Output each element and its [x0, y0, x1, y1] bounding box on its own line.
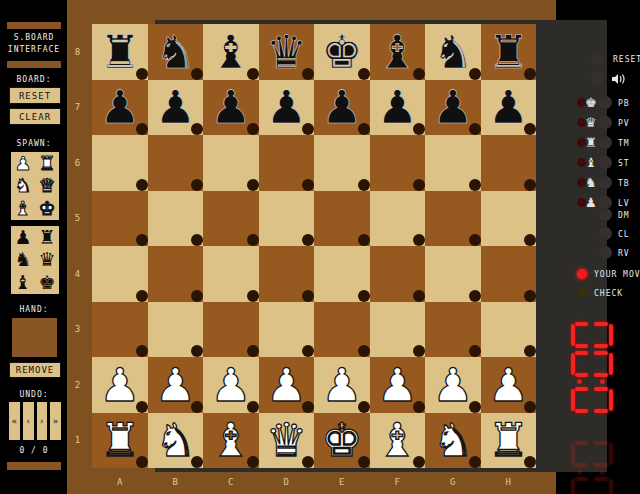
square-h1[interactable]: ♜ — [481, 413, 537, 469]
spawn-section-label: SPAWN: — [0, 139, 68, 148]
file-label-h: H — [481, 472, 537, 492]
piece-black-pawn[interactable]: ♟ — [377, 84, 418, 130]
square-f1[interactable]: ♝ — [370, 413, 426, 469]
rank-label-2: 2 — [67, 357, 88, 413]
spawn-white-bishop[interactable]: ♝ — [11, 197, 35, 220]
snap-dot — [469, 234, 481, 246]
piece-black-knight[interactable]: ♞ — [155, 29, 196, 75]
piece-black-rook[interactable]: ♜ — [488, 29, 529, 75]
snap-dot — [413, 345, 425, 357]
square-f3[interactable] — [370, 302, 426, 358]
clock-digit — [571, 387, 613, 413]
piece-white-knight[interactable]: ♞ — [432, 417, 473, 463]
button-tm[interactable] — [599, 136, 612, 149]
square-a5[interactable] — [92, 191, 148, 247]
spawn-black-bishop[interactable]: ♝ — [11, 271, 35, 294]
spawn-white-king[interactable]: ♚ — [35, 197, 59, 220]
square-g6[interactable] — [425, 135, 481, 191]
square-d4[interactable] — [259, 246, 315, 302]
rank-label-7: 7 — [67, 80, 88, 136]
square-c7[interactable]: ♟ — [203, 80, 259, 136]
square-b7[interactable]: ♟ — [148, 80, 204, 136]
square-f6[interactable] — [370, 135, 426, 191]
snap-dot — [191, 345, 203, 357]
piece-black-pawn[interactable]: ♟ — [210, 84, 251, 130]
file-label-g: G — [425, 472, 481, 492]
square-g2[interactable]: ♟ — [425, 357, 481, 413]
piece-black-bishop[interactable]: ♝ — [377, 29, 418, 75]
undo-button-0[interactable]: « — [9, 402, 20, 440]
label-pb: PB — [618, 99, 630, 108]
square-g4[interactable] — [425, 246, 481, 302]
piece-black-pawn[interactable]: ♟ — [488, 84, 529, 130]
spawn-palette-black: ♟♜♞♛♝♚ — [11, 226, 59, 294]
label-cl: CL — [618, 230, 630, 239]
snap-dot — [469, 345, 481, 357]
chess-interface: ♜♞♝♛♚♝♞♜♟♟♟♟♟♟♟♟♟♟♟♟♟♟♟♟♜♞♝♛♚♝♞♜ 8765432… — [0, 0, 640, 494]
square-g8[interactable]: ♞ — [425, 24, 481, 80]
square-c3[interactable] — [203, 302, 259, 358]
label-pv: PV — [618, 119, 630, 128]
square-e8[interactable]: ♚ — [314, 24, 370, 80]
rank-labels: 87654321 — [67, 24, 88, 468]
rank-label-3: 3 — [67, 302, 88, 358]
square-d7[interactable]: ♟ — [259, 80, 315, 136]
check-led — [578, 288, 587, 297]
piece-black-queen[interactable]: ♛ — [266, 29, 307, 75]
file-label-f: F — [370, 472, 426, 492]
undo-counter: 0 / 0 — [0, 446, 68, 455]
snap-dot — [358, 179, 370, 191]
snap-dot — [302, 234, 314, 246]
piece-black-pawn[interactable]: ♟ — [99, 84, 140, 130]
piece-black-knight[interactable]: ♞ — [432, 29, 473, 75]
snap-dot — [136, 234, 148, 246]
button-pb[interactable] — [599, 96, 612, 109]
piece-black-rook[interactable]: ♜ — [99, 29, 140, 75]
square-b5[interactable] — [148, 191, 204, 247]
piece-white-pawn[interactable]: ♟ — [99, 362, 140, 408]
square-c5[interactable] — [203, 191, 259, 247]
your-move-label: YOUR MOVE — [594, 270, 640, 279]
rank-label-4: 4 — [67, 246, 88, 302]
king-icon: ♚ — [585, 96, 597, 109]
square-e6[interactable] — [314, 135, 370, 191]
piece-black-pawn[interactable]: ♟ — [432, 84, 473, 130]
undo-controls: «‹›» — [9, 402, 61, 440]
file-labels: ABCDEFGH — [92, 472, 536, 492]
pawn-icon: ♟ — [585, 196, 597, 209]
snap-dot — [302, 345, 314, 357]
piece-black-bishop[interactable]: ♝ — [210, 29, 251, 75]
square-f4[interactable] — [370, 246, 426, 302]
rank-label-5: 5 — [67, 191, 88, 247]
square-c4[interactable] — [203, 246, 259, 302]
clock-colon — [571, 467, 613, 477]
square-c8[interactable]: ♝ — [203, 24, 259, 80]
file-label-a: A — [92, 472, 148, 492]
check-label: CHECK — [594, 289, 623, 298]
square-a8[interactable]: ♜ — [92, 24, 148, 80]
spawn-black-knight[interactable]: ♞ — [11, 249, 35, 272]
file-label-c: C — [203, 472, 259, 492]
piece-white-bishop[interactable]: ♝ — [377, 417, 418, 463]
square-g5[interactable] — [425, 191, 481, 247]
square-h5[interactable] — [481, 191, 537, 247]
square-c6[interactable] — [203, 135, 259, 191]
label-tb: TB — [618, 179, 630, 188]
square-h3[interactable] — [481, 302, 537, 358]
spawn-white-pawn[interactable]: ♟ — [11, 152, 35, 175]
square-a3[interactable] — [92, 302, 148, 358]
spawn-white-queen[interactable]: ♛ — [35, 175, 59, 198]
piece-black-pawn[interactable]: ♟ — [155, 84, 196, 130]
square-d1[interactable]: ♛ — [259, 413, 315, 469]
square-g3[interactable] — [425, 302, 481, 358]
snap-dot — [247, 234, 259, 246]
square-e5[interactable] — [314, 191, 370, 247]
piece-white-rook[interactable]: ♜ — [488, 417, 529, 463]
file-label-d: D — [259, 472, 315, 492]
square-d3[interactable] — [259, 302, 315, 358]
square-f5[interactable] — [370, 191, 426, 247]
title-bar-top — [7, 22, 61, 29]
snap-dot — [191, 290, 203, 302]
piece-black-pawn[interactable]: ♟ — [266, 84, 307, 130]
snap-dot — [358, 345, 370, 357]
snap-dot — [191, 179, 203, 191]
square-d6[interactable] — [259, 135, 315, 191]
square-f8[interactable]: ♝ — [370, 24, 426, 80]
square-h6[interactable] — [481, 135, 537, 191]
undo-section-label: UNDO: — [0, 390, 68, 399]
snap-dot — [136, 345, 148, 357]
reset-button-right[interactable] — [591, 52, 604, 65]
label-rv: RV — [618, 249, 630, 258]
square-b2[interactable]: ♟ — [148, 357, 204, 413]
square-e1[interactable]: ♚ — [314, 413, 370, 469]
piece-black-pawn[interactable]: ♟ — [321, 84, 362, 130]
button-st[interactable] — [599, 156, 612, 169]
piece-white-knight[interactable]: ♞ — [155, 417, 196, 463]
snap-dot — [524, 234, 536, 246]
snap-dot — [302, 290, 314, 302]
snap-dot — [247, 290, 259, 302]
snap-dot — [413, 290, 425, 302]
square-a4[interactable] — [92, 246, 148, 302]
snap-dot — [524, 179, 536, 191]
button-dm[interactable] — [599, 208, 612, 221]
square-h8[interactable]: ♜ — [481, 24, 537, 80]
rank-label-8: 8 — [67, 24, 88, 80]
snap-dot — [469, 290, 481, 302]
piece-white-pawn[interactable]: ♟ — [377, 362, 418, 408]
clear-board-button[interactable]: CLEAR — [9, 108, 61, 125]
piece-white-pawn[interactable]: ♟ — [155, 362, 196, 408]
clock-digit — [571, 351, 613, 377]
knight-icon: ♞ — [585, 176, 597, 189]
piece-white-pawn[interactable]: ♟ — [210, 362, 251, 408]
hand-display-box — [12, 318, 57, 357]
square-c2[interactable]: ♟ — [203, 357, 259, 413]
snap-dot — [358, 290, 370, 302]
square-e3[interactable] — [314, 302, 370, 358]
spawn-white-knight[interactable]: ♞ — [11, 175, 35, 198]
spawn-palette-white: ♟♜♞♛♝♚ — [11, 152, 59, 220]
sidebar-bottom-bar — [7, 462, 61, 470]
square-b1[interactable]: ♞ — [148, 413, 204, 469]
app-title-line1: S.BOARD — [0, 33, 68, 42]
clock-digit — [571, 477, 613, 494]
label-st: ST — [618, 159, 630, 168]
queen-icon: ♛ — [585, 116, 597, 129]
file-label-e: E — [314, 472, 370, 492]
clock-digit — [571, 441, 613, 467]
reset-right-label: RESET — [613, 55, 640, 64]
snap-dot — [136, 290, 148, 302]
undo-button-3[interactable]: » — [50, 402, 61, 440]
square-c1[interactable]: ♝ — [203, 413, 259, 469]
spawn-black-rook[interactable]: ♜ — [35, 226, 59, 249]
snap-dot — [413, 179, 425, 191]
square-a2[interactable]: ♟ — [92, 357, 148, 413]
square-e2[interactable]: ♟ — [314, 357, 370, 413]
snap-dot — [413, 234, 425, 246]
app-title-line2: INTERFACE — [0, 45, 68, 54]
square-a1[interactable]: ♜ — [92, 413, 148, 469]
undo-button-1[interactable]: ‹ — [23, 402, 34, 440]
square-a6[interactable] — [92, 135, 148, 191]
square-b4[interactable] — [148, 246, 204, 302]
snap-dot — [136, 179, 148, 191]
bishop-icon: ♝ — [585, 156, 597, 169]
board-section-label: BOARD: — [0, 75, 68, 84]
your-move-led — [577, 269, 587, 279]
undo-button-2[interactable]: › — [37, 402, 48, 440]
button-cl[interactable] — [599, 227, 612, 240]
piece-white-bishop[interactable]: ♝ — [210, 417, 251, 463]
file-label-b: B — [148, 472, 204, 492]
spawn-white-rook[interactable]: ♜ — [35, 152, 59, 175]
clock-digit — [571, 322, 613, 348]
piece-white-pawn[interactable]: ♟ — [321, 362, 362, 408]
piece-white-king[interactable]: ♚ — [321, 417, 362, 463]
square-b8[interactable]: ♞ — [148, 24, 204, 80]
hand-section-label: HAND: — [0, 305, 68, 314]
square-h4[interactable] — [481, 246, 537, 302]
button-pv[interactable] — [599, 116, 612, 129]
rank-label-6: 6 — [67, 135, 88, 191]
square-d5[interactable] — [259, 191, 315, 247]
button-rv[interactable] — [599, 246, 612, 259]
snap-dot — [524, 290, 536, 302]
piece-white-rook[interactable]: ♜ — [99, 417, 140, 463]
rank-label-1: 1 — [67, 413, 88, 469]
snap-dot — [191, 234, 203, 246]
square-f2[interactable]: ♟ — [370, 357, 426, 413]
speaker-icon — [612, 74, 626, 84]
clock-colon — [571, 377, 613, 387]
spawn-black-queen[interactable]: ♛ — [35, 249, 59, 272]
square-d2[interactable]: ♟ — [259, 357, 315, 413]
title-bar-bottom — [7, 61, 61, 68]
remove-button[interactable]: REMOVE — [9, 362, 61, 378]
square-g1[interactable]: ♞ — [425, 413, 481, 469]
square-d8[interactable]: ♛ — [259, 24, 315, 80]
square-b3[interactable] — [148, 302, 204, 358]
snap-dot — [524, 345, 536, 357]
sound-button[interactable] — [591, 72, 604, 85]
piece-white-queen[interactable]: ♛ — [266, 417, 307, 463]
piece-white-pawn[interactable]: ♟ — [266, 362, 307, 408]
snap-dot — [358, 234, 370, 246]
square-f7[interactable]: ♟ — [370, 80, 426, 136]
square-e4[interactable] — [314, 246, 370, 302]
label-dm: DM — [618, 211, 630, 220]
spawn-black-pawn[interactable]: ♟ — [11, 226, 35, 249]
snap-dot — [247, 179, 259, 191]
chess-board: ♜♞♝♛♚♝♞♜♟♟♟♟♟♟♟♟♟♟♟♟♟♟♟♟♜♞♝♛♚♝♞♜ — [92, 24, 536, 468]
snap-dot — [302, 179, 314, 191]
piece-black-king[interactable]: ♚ — [321, 29, 362, 75]
rook-icon: ♜ — [585, 136, 597, 149]
chess-clock-display — [571, 322, 615, 426]
piece-white-pawn[interactable]: ♟ — [432, 362, 473, 408]
square-b6[interactable] — [148, 135, 204, 191]
button-tb[interactable] — [599, 176, 612, 189]
square-e7[interactable]: ♟ — [314, 80, 370, 136]
reset-board-button[interactable]: RESET — [9, 87, 61, 104]
square-a7[interactable]: ♟ — [92, 80, 148, 136]
square-h2[interactable]: ♟ — [481, 357, 537, 413]
chess-clock-reflection — [571, 428, 615, 494]
square-g7[interactable]: ♟ — [425, 80, 481, 136]
label-lv: LV — [618, 199, 630, 208]
piece-white-pawn[interactable]: ♟ — [488, 362, 529, 408]
square-h7[interactable]: ♟ — [481, 80, 537, 136]
snap-dot — [247, 345, 259, 357]
label-tm: TM — [618, 139, 630, 148]
snap-dot — [469, 179, 481, 191]
spawn-black-king[interactable]: ♚ — [35, 271, 59, 294]
